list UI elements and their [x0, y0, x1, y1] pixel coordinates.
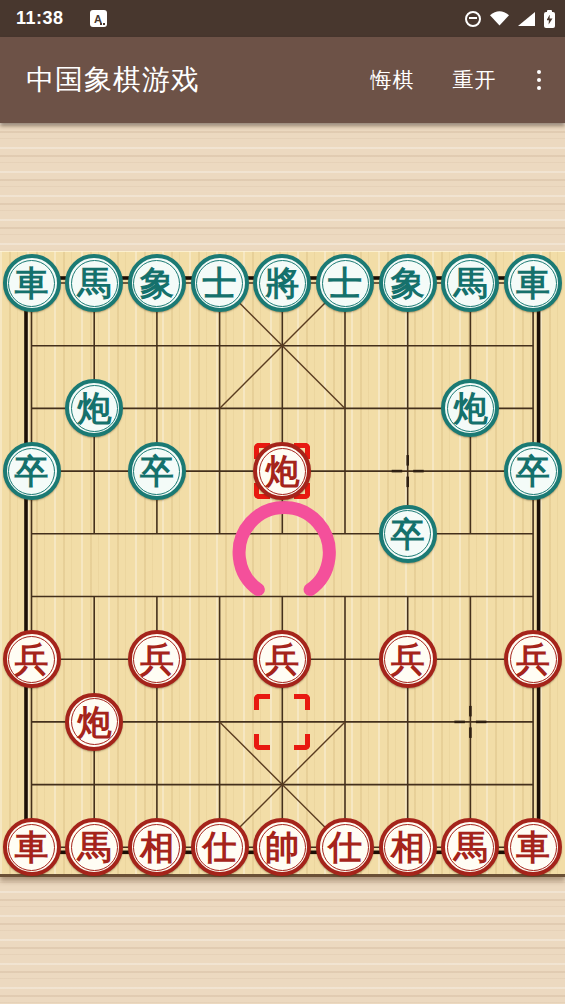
xiangqi-board[interactable]: 車馬象士將士象馬車炮炮卒卒炮卒卒兵兵兵兵兵炮車馬相仕帥仕相馬車 [0, 251, 565, 877]
piece-red-soldier[interactable]: 兵 [379, 630, 437, 688]
clock-time: 11:38 [16, 8, 64, 29]
piece-black-cannon[interactable]: 炮 [65, 379, 123, 437]
overflow-menu-icon[interactable] [531, 66, 548, 95]
app-bar: 中国象棋游戏 悔棋 重开 [0, 37, 565, 123]
phone-screen: 11:38 A 中国象棋游戏 悔棋 重开 車馬象士將士象馬車炮炮卒卒炮卒卒兵兵兵… [0, 0, 565, 1004]
cellular-signal-icon [518, 12, 535, 26]
piece-glyph: 車 [15, 266, 49, 300]
piece-red-soldier[interactable]: 兵 [253, 630, 311, 688]
piece-glyph: 士 [203, 266, 237, 300]
wifi-icon [490, 11, 509, 26]
piece-black-horse[interactable]: 馬 [65, 254, 123, 312]
do-not-disturb-icon [465, 11, 481, 27]
restart-game-button[interactable]: 重开 [453, 58, 497, 102]
piece-black-elephant[interactable]: 象 [379, 254, 437, 312]
piece-red-soldier[interactable]: 兵 [128, 630, 186, 688]
piece-red-general[interactable]: 帥 [253, 818, 311, 876]
piece-red-elephant[interactable]: 相 [379, 818, 437, 876]
piece-glyph: 將 [265, 266, 299, 300]
piece-glyph: 兵 [391, 642, 425, 676]
piece-glyph: 兵 [140, 642, 174, 676]
piece-black-soldier[interactable]: 卒 [3, 442, 61, 500]
piece-red-soldier[interactable]: 兵 [504, 630, 562, 688]
piece-black-advisor[interactable]: 士 [316, 254, 374, 312]
status-icons [465, 10, 555, 28]
piece-glyph: 車 [15, 830, 49, 864]
piece-black-soldier[interactable]: 卒 [504, 442, 562, 500]
piece-glyph: 炮 [77, 705, 111, 739]
piece-glyph: 象 [140, 266, 174, 300]
piece-glyph: 馬 [77, 830, 111, 864]
battery-charging-icon [544, 10, 555, 28]
input-method-icon: A [90, 10, 107, 27]
piece-glyph: 兵 [265, 642, 299, 676]
move-from-marker [254, 694, 310, 750]
piece-glyph: 帥 [265, 830, 299, 864]
piece-glyph: 馬 [453, 266, 487, 300]
piece-glyph: 炮 [77, 391, 111, 425]
piece-black-chariot[interactable]: 車 [3, 254, 61, 312]
piece-red-advisor[interactable]: 仕 [191, 818, 249, 876]
app-bar-actions: 悔棋 重开 [333, 58, 548, 102]
piece-glyph: 車 [516, 266, 550, 300]
piece-glyph: 相 [391, 830, 425, 864]
piece-red-cannon[interactable]: 炮 [65, 693, 123, 751]
status-bar: 11:38 A [0, 0, 565, 37]
piece-glyph: 卒 [15, 454, 49, 488]
piece-red-cannon[interactable]: 炮 [253, 442, 311, 500]
piece-glyph: 兵 [15, 642, 49, 676]
piece-glyph: 仕 [328, 830, 362, 864]
piece-black-horse[interactable]: 馬 [441, 254, 499, 312]
wood-background: 車馬象士將士象馬車炮炮卒卒炮卒卒兵兵兵兵兵炮車馬相仕帥仕相馬車 [0, 123, 565, 1004]
piece-red-chariot[interactable]: 車 [504, 818, 562, 876]
piece-glyph: 車 [516, 830, 550, 864]
piece-glyph: 仕 [203, 830, 237, 864]
piece-black-cannon[interactable]: 炮 [441, 379, 499, 437]
piece-black-general[interactable]: 將 [253, 254, 311, 312]
piece-black-elephant[interactable]: 象 [128, 254, 186, 312]
piece-glyph: 卒 [391, 517, 425, 551]
piece-glyph: 象 [391, 266, 425, 300]
piece-glyph: 卒 [140, 454, 174, 488]
piece-red-elephant[interactable]: 相 [128, 818, 186, 876]
piece-black-chariot[interactable]: 車 [504, 254, 562, 312]
piece-black-advisor[interactable]: 士 [191, 254, 249, 312]
piece-glyph: 兵 [516, 642, 550, 676]
piece-black-soldier[interactable]: 卒 [128, 442, 186, 500]
piece-glyph: 炮 [453, 391, 487, 425]
piece-glyph: 馬 [77, 266, 111, 300]
piece-red-horse[interactable]: 馬 [441, 818, 499, 876]
piece-glyph: 相 [140, 830, 174, 864]
piece-black-soldier[interactable]: 卒 [379, 505, 437, 563]
piece-red-horse[interactable]: 馬 [65, 818, 123, 876]
piece-glyph: 士 [328, 266, 362, 300]
piece-red-soldier[interactable]: 兵 [3, 630, 61, 688]
pieces-layer: 車馬象士將士象馬車炮炮卒卒炮卒卒兵兵兵兵兵炮車馬相仕帥仕相馬車 [0, 252, 565, 878]
piece-glyph: 卒 [516, 454, 550, 488]
piece-glyph: 炮 [265, 454, 299, 488]
undo-move-button[interactable]: 悔棋 [371, 58, 415, 102]
app-title: 中国象棋游戏 [26, 61, 200, 99]
piece-red-chariot[interactable]: 車 [3, 818, 61, 876]
piece-red-advisor[interactable]: 仕 [316, 818, 374, 876]
piece-glyph: 馬 [453, 830, 487, 864]
